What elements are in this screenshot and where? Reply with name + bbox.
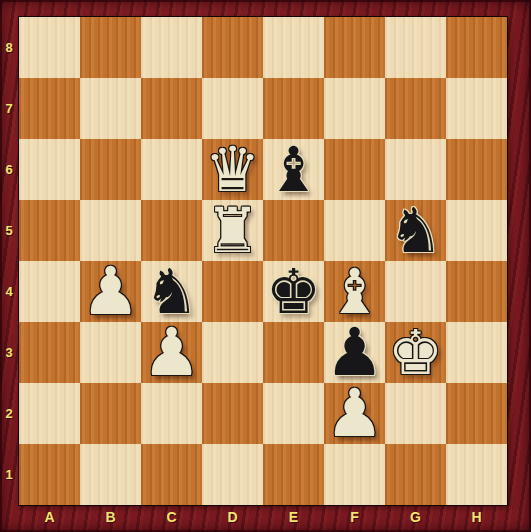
square-d5[interactable]: ♜ <box>202 200 263 261</box>
square-d7[interactable] <box>202 78 263 139</box>
file-label-g: G <box>385 506 446 530</box>
white-king[interactable]: ♚ <box>388 322 444 384</box>
file-label-e: E <box>263 506 324 530</box>
white-pawn[interactable]: ♟ <box>325 381 384 447</box>
square-g8[interactable] <box>385 17 446 78</box>
white-queen[interactable]: ♛ <box>205 139 261 201</box>
square-e8[interactable] <box>263 17 324 78</box>
square-f5[interactable] <box>324 200 385 261</box>
square-a6[interactable] <box>19 139 80 200</box>
square-c4[interactable]: ♞ <box>141 261 202 322</box>
rank-labels: 87654321 <box>0 17 18 505</box>
square-d2[interactable] <box>202 383 263 444</box>
file-label-c: C <box>141 506 202 530</box>
square-g1[interactable] <box>385 444 446 505</box>
square-b5[interactable] <box>80 200 141 261</box>
file-label-d: D <box>202 506 263 530</box>
square-a3[interactable] <box>19 322 80 383</box>
chessboard-frame: 87654321 ♛♝♜♞♟♞♚♝♟♟♚♟ ABCDEFGH <box>0 0 531 532</box>
square-f7[interactable] <box>324 78 385 139</box>
square-e5[interactable] <box>263 200 324 261</box>
square-h7[interactable] <box>446 78 507 139</box>
square-e4[interactable]: ♚ <box>263 261 324 322</box>
square-b4[interactable]: ♟ <box>80 261 141 322</box>
square-b3[interactable] <box>80 322 141 383</box>
square-h1[interactable] <box>446 444 507 505</box>
square-h3[interactable] <box>446 322 507 383</box>
square-d3[interactable] <box>202 322 263 383</box>
rank-label-5: 5 <box>0 200 18 261</box>
white-rook[interactable]: ♜ <box>205 200 261 262</box>
file-labels: ABCDEFGH <box>19 506 507 530</box>
file-label-h: H <box>446 506 507 530</box>
square-h6[interactable] <box>446 139 507 200</box>
square-c3[interactable]: ♟ <box>141 322 202 383</box>
rank-label-3: 3 <box>0 322 18 383</box>
square-g7[interactable] <box>385 78 446 139</box>
file-label-f: F <box>324 506 385 530</box>
square-c8[interactable] <box>141 17 202 78</box>
square-h5[interactable] <box>446 200 507 261</box>
square-e6[interactable]: ♝ <box>263 139 324 200</box>
square-b7[interactable] <box>80 78 141 139</box>
rank-label-8: 8 <box>0 17 18 78</box>
square-b2[interactable] <box>80 383 141 444</box>
rank-label-6: 6 <box>0 139 18 200</box>
square-b1[interactable] <box>80 444 141 505</box>
square-f2[interactable]: ♟ <box>324 383 385 444</box>
square-c6[interactable] <box>141 139 202 200</box>
square-a1[interactable] <box>19 444 80 505</box>
board: ♛♝♜♞♟♞♚♝♟♟♚♟ <box>18 16 508 506</box>
square-g4[interactable] <box>385 261 446 322</box>
square-f1[interactable] <box>324 444 385 505</box>
square-g2[interactable] <box>385 383 446 444</box>
square-g6[interactable] <box>385 139 446 200</box>
rank-label-1: 1 <box>0 444 18 505</box>
square-a7[interactable] <box>19 78 80 139</box>
square-c5[interactable] <box>141 200 202 261</box>
square-e1[interactable] <box>263 444 324 505</box>
square-c7[interactable] <box>141 78 202 139</box>
square-f6[interactable] <box>324 139 385 200</box>
square-b6[interactable] <box>80 139 141 200</box>
square-h4[interactable] <box>446 261 507 322</box>
square-c2[interactable] <box>141 383 202 444</box>
file-label-a: A <box>19 506 80 530</box>
square-f3[interactable]: ♟ <box>324 322 385 383</box>
square-g3[interactable]: ♚ <box>385 322 446 383</box>
file-label-b: B <box>80 506 141 530</box>
square-f4[interactable]: ♝ <box>324 261 385 322</box>
square-e3[interactable] <box>263 322 324 383</box>
square-h8[interactable] <box>446 17 507 78</box>
white-pawn[interactable]: ♟ <box>142 320 201 386</box>
rank-label-7: 7 <box>0 78 18 139</box>
square-d1[interactable] <box>202 444 263 505</box>
square-d8[interactable] <box>202 17 263 78</box>
square-a5[interactable] <box>19 200 80 261</box>
rank-label-4: 4 <box>0 261 18 322</box>
square-e7[interactable] <box>263 78 324 139</box>
square-e2[interactable] <box>263 383 324 444</box>
square-a2[interactable] <box>19 383 80 444</box>
square-d6[interactable]: ♛ <box>202 139 263 200</box>
square-d4[interactable] <box>202 261 263 322</box>
black-king[interactable]: ♚ <box>266 261 322 323</box>
square-b8[interactable] <box>80 17 141 78</box>
white-pawn[interactable]: ♟ <box>81 259 140 325</box>
square-a4[interactable] <box>19 261 80 322</box>
square-a8[interactable] <box>19 17 80 78</box>
square-c1[interactable] <box>141 444 202 505</box>
rank-label-2: 2 <box>0 383 18 444</box>
square-f8[interactable] <box>324 17 385 78</box>
black-bishop[interactable]: ♝ <box>266 139 322 201</box>
square-h2[interactable] <box>446 383 507 444</box>
square-g5[interactable]: ♞ <box>385 200 446 261</box>
black-knight[interactable]: ♞ <box>388 200 444 262</box>
